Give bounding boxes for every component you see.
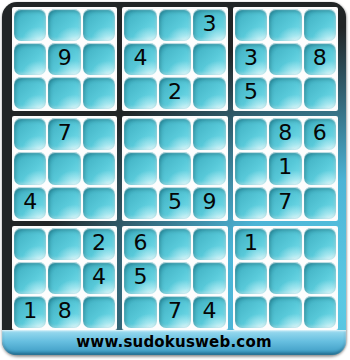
cell-digit: 2 (168, 81, 182, 103)
sudoku-cell-r8c8[interactable] (269, 262, 301, 294)
sudoku-cell-r8c3[interactable]: 4 (83, 262, 115, 294)
cell-digit: 7 (58, 122, 72, 144)
cell-digit: 1 (23, 300, 37, 322)
sudoku-cell-r6c3[interactable] (83, 187, 115, 219)
sudoku-cell-r3c9[interactable] (304, 77, 336, 109)
sudoku-cell-r7c5[interactable] (159, 228, 191, 260)
cell-digit: 2 (92, 232, 106, 254)
sudoku-cell-r6c6[interactable]: 9 (193, 187, 225, 219)
sudoku-cell-r4c4[interactable] (124, 118, 156, 150)
sudoku-cell-r4c7[interactable] (235, 118, 267, 150)
sudoku-cell-r1c5[interactable] (159, 9, 191, 41)
sudoku-cell-r5c7[interactable] (235, 152, 267, 184)
sudoku-cell-r9c4[interactable] (124, 296, 156, 328)
sudoku-cell-r5c2[interactable] (48, 152, 80, 184)
sudoku-cell-r3c5[interactable]: 2 (159, 77, 191, 109)
sudoku-cell-r3c8[interactable] (269, 77, 301, 109)
sudoku-cell-r4c9[interactable]: 6 (304, 118, 336, 150)
footer-band: www.sudokusweb.com (2, 330, 346, 355)
sudoku-box-8: 6574 (122, 226, 227, 330)
sudoku-box-7: 2418 (12, 226, 117, 330)
cell-digit: 5 (168, 191, 182, 213)
sudoku-cell-r5c1[interactable] (14, 152, 46, 184)
sudoku-cell-r9c5[interactable]: 7 (159, 296, 191, 328)
sudoku-cell-r6c9[interactable] (304, 187, 336, 219)
cell-digit: 7 (168, 300, 182, 322)
sudoku-box-5: 59 (122, 116, 227, 220)
sudoku-cell-r6c7[interactable] (235, 187, 267, 219)
cell-digit: 6 (313, 122, 327, 144)
cell-digit: 4 (134, 47, 148, 69)
sudoku-cell-r3c1[interactable] (14, 77, 46, 109)
cell-digit: 4 (202, 300, 216, 322)
sudoku-cell-r3c7[interactable]: 5 (235, 77, 267, 109)
sudoku-cell-r2c9[interactable]: 8 (304, 43, 336, 75)
sudoku-cell-r1c3[interactable] (83, 9, 115, 41)
sudoku-cell-r7c7[interactable]: 1 (235, 228, 267, 260)
cell-digit: 8 (278, 122, 292, 144)
sudoku-cell-r9c6[interactable]: 4 (193, 296, 225, 328)
sudoku-cell-r4c1[interactable] (14, 118, 46, 150)
cell-digit: 4 (92, 266, 106, 288)
sudoku-cell-r4c5[interactable] (159, 118, 191, 150)
sudoku-box-9: 1 (233, 226, 338, 330)
sudoku-page: 934238574598617241865741 www.sudokusweb.… (0, 0, 350, 360)
sudoku-cell-r7c8[interactable] (269, 228, 301, 260)
cell-digit: 5 (244, 81, 258, 103)
sudoku-cell-r3c4[interactable] (124, 77, 156, 109)
sudoku-box-2: 342 (122, 7, 227, 111)
sudoku-cell-r9c2[interactable]: 8 (48, 296, 80, 328)
sudoku-cell-r9c8[interactable] (269, 296, 301, 328)
sudoku-cell-r9c1[interactable]: 1 (14, 296, 46, 328)
sudoku-board: 934238574598617241865741 (12, 7, 338, 330)
cell-digit: 3 (244, 47, 258, 69)
sudoku-cell-r5c6[interactable] (193, 152, 225, 184)
sudoku-cell-r2c5[interactable] (159, 43, 191, 75)
sudoku-cell-r7c9[interactable] (304, 228, 336, 260)
sudoku-cell-r1c8[interactable] (269, 9, 301, 41)
sudoku-cell-r2c1[interactable] (14, 43, 46, 75)
sudoku-box-3: 385 (233, 7, 338, 111)
sudoku-cell-r4c8[interactable]: 8 (269, 118, 301, 150)
sudoku-cell-r7c4[interactable]: 6 (124, 228, 156, 260)
cell-digit: 3 (202, 13, 216, 35)
sudoku-cell-r8c5[interactable] (159, 262, 191, 294)
sudoku-cell-r5c4[interactable] (124, 152, 156, 184)
sudoku-cell-r6c5[interactable]: 5 (159, 187, 191, 219)
sudoku-cell-r6c4[interactable] (124, 187, 156, 219)
sudoku-cell-r7c6[interactable] (193, 228, 225, 260)
sudoku-cell-r7c2[interactable] (48, 228, 80, 260)
sudoku-box-1: 9 (12, 7, 117, 111)
cell-digit: 9 (202, 191, 216, 213)
sudoku-cell-r2c8[interactable] (269, 43, 301, 75)
sudoku-cell-r9c9[interactable] (304, 296, 336, 328)
sudoku-cell-r8c7[interactable] (235, 262, 267, 294)
cell-digit: 8 (58, 300, 72, 322)
sudoku-cell-r1c7[interactable] (235, 9, 267, 41)
sudoku-cell-r6c2[interactable] (48, 187, 80, 219)
sudoku-box-4: 74 (12, 116, 117, 220)
sudoku-cell-r2c7[interactable]: 3 (235, 43, 267, 75)
sudoku-cell-r2c6[interactable] (193, 43, 225, 75)
sudoku-cell-r8c2[interactable] (48, 262, 80, 294)
cell-digit: 1 (278, 156, 292, 178)
sudoku-cell-r5c3[interactable] (83, 152, 115, 184)
sudoku-cell-r1c1[interactable] (14, 9, 46, 41)
sudoku-cell-r6c8[interactable]: 7 (269, 187, 301, 219)
sudoku-cell-r1c4[interactable] (124, 9, 156, 41)
sudoku-cell-r7c3[interactable]: 2 (83, 228, 115, 260)
cell-digit: 7 (278, 191, 292, 213)
sudoku-cell-r2c2[interactable]: 9 (48, 43, 80, 75)
sudoku-cell-r4c2[interactable]: 7 (48, 118, 80, 150)
sudoku-cell-r9c7[interactable] (235, 296, 267, 328)
sudoku-cell-r8c1[interactable] (14, 262, 46, 294)
sudoku-cell-r5c5[interactable] (159, 152, 191, 184)
cell-digit: 4 (23, 191, 37, 213)
sudoku-cell-r5c8[interactable]: 1 (269, 152, 301, 184)
sudoku-cell-r7c1[interactable] (14, 228, 46, 260)
sudoku-cell-r3c6[interactable] (193, 77, 225, 109)
sudoku-cell-r2c4[interactable]: 4 (124, 43, 156, 75)
sudoku-cell-r5c9[interactable] (304, 152, 336, 184)
site-url: www.sudokusweb.com (76, 333, 271, 351)
sudoku-cell-r9c3[interactable] (83, 296, 115, 328)
sudoku-cell-r1c9[interactable] (304, 9, 336, 41)
sudoku-cell-r8c9[interactable] (304, 262, 336, 294)
sudoku-cell-r1c2[interactable] (48, 9, 80, 41)
sudoku-cell-r1c6[interactable]: 3 (193, 9, 225, 41)
sudoku-cell-r6c1[interactable]: 4 (14, 187, 46, 219)
sudoku-cell-r8c4[interactable]: 5 (124, 262, 156, 294)
sudoku-cell-r8c6[interactable] (193, 262, 225, 294)
sudoku-cell-r2c3[interactable] (83, 43, 115, 75)
cell-digit: 1 (244, 232, 258, 254)
sudoku-cell-r4c6[interactable] (193, 118, 225, 150)
cell-digit: 5 (134, 266, 148, 288)
sudoku-cell-r3c2[interactable] (48, 77, 80, 109)
sudoku-cell-r3c3[interactable] (83, 77, 115, 109)
sudoku-cell-r4c3[interactable] (83, 118, 115, 150)
sudoku-box-6: 8617 (233, 116, 338, 220)
cell-digit: 6 (134, 232, 148, 254)
cell-digit: 9 (58, 47, 72, 69)
cell-digit: 8 (313, 47, 327, 69)
